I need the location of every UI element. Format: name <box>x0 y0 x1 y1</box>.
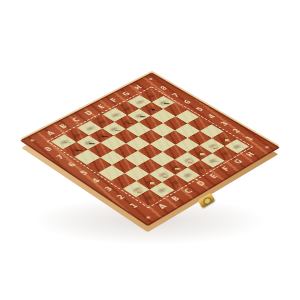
corner-ornament-icon: ✦ <box>143 214 155 221</box>
rank-label-right-4: 4 <box>207 114 217 120</box>
rank-label-right-3: 3 <box>219 121 229 127</box>
rank-label-left-8: 8 <box>44 146 54 152</box>
square-e6[interactable] <box>126 122 150 136</box>
rank-label-right-6: 6 <box>183 100 193 106</box>
rank-label-right-7: 7 <box>171 93 181 99</box>
rank-label-left-1: 1 <box>129 202 140 209</box>
file-label-far-a: A <box>45 130 56 136</box>
file-label-f: F <box>221 166 232 172</box>
file-label-b: B <box>170 195 181 202</box>
corner-ornament-icon: ✦ <box>262 144 273 151</box>
file-label-d: D <box>196 180 207 187</box>
rank-label-left-6: 6 <box>67 162 77 168</box>
rank-label-left-5: 5 <box>79 170 89 176</box>
product-photo-scene: ✦ ✦ ✦ ✦ ABCDEFGH ABCDEFGH 87654321 87654… <box>0 0 300 300</box>
file-label-g: G <box>233 158 244 165</box>
rank-label-left-2: 2 <box>116 194 127 201</box>
file-label-h: H <box>245 151 256 158</box>
file-label-e: E <box>209 173 220 179</box>
rank-label-left-4: 4 <box>91 178 102 185</box>
rank-label-right-5: 5 <box>195 107 205 113</box>
corner-ornament-icon: ✦ <box>27 137 38 144</box>
file-label-a: A <box>157 203 168 210</box>
file-label-c: C <box>183 188 194 195</box>
rank-label-left-7: 7 <box>55 154 65 160</box>
rank-label-left-3: 3 <box>103 186 114 193</box>
